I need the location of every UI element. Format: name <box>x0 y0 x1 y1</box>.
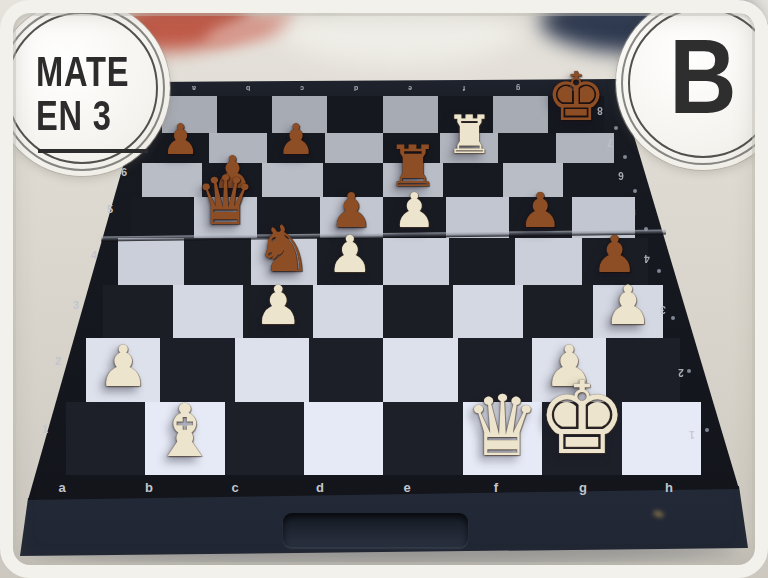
rank-label-left-6: 6 <box>121 166 127 178</box>
square-b4[interactable] <box>184 238 250 285</box>
file-label-bottom-c: c <box>231 480 238 495</box>
file-label-bottom-e: e <box>403 480 410 495</box>
square-d7[interactable] <box>325 133 383 163</box>
square-f4[interactable] <box>449 238 515 285</box>
rank-label-right-2: 2 <box>678 367 684 378</box>
side-to-move-letter: B <box>669 16 736 137</box>
piece-white-king-g1[interactable]: ♚ <box>537 368 628 469</box>
rank-label-right-4: 4 <box>644 253 650 264</box>
piece-white-pawn-e5[interactable]: ♟ <box>393 186 436 234</box>
square-c1[interactable] <box>225 402 304 475</box>
piece-black-pawn-a7[interactable]: ♟ <box>162 119 200 161</box>
square-c6[interactable] <box>262 163 322 197</box>
piece-white-rook-f7[interactable]: ♜ <box>445 108 493 161</box>
rank-label-left-3: 3 <box>73 299 79 311</box>
rank-label-right-7: 7 <box>607 137 613 148</box>
file-label-bottom-f: f <box>494 480 498 495</box>
square-g7[interactable] <box>498 133 556 163</box>
piece-white-queen-f1[interactable]: ♛ <box>465 384 540 468</box>
square-c2[interactable] <box>235 338 309 402</box>
square-h6[interactable] <box>563 163 623 197</box>
square-f3[interactable] <box>453 285 523 338</box>
piece-white-bishop-b1[interactable]: ♝ <box>152 395 217 468</box>
piece-black-queen-b5[interactable]: ♛ <box>195 168 256 236</box>
square-e4[interactable] <box>383 238 449 285</box>
square-f6[interactable] <box>443 163 503 197</box>
board-row-rank-8 <box>162 96 604 133</box>
board-row-rank-3 <box>103 285 663 338</box>
file-label-bottom-h: h <box>665 480 673 495</box>
file-label-top-d: d <box>354 85 358 92</box>
piece-black-pawn-c7[interactable]: ♟ <box>277 119 315 161</box>
photo-scene: abcdefgh1234567812345678abcdefgh ♚♛♜♞♟♟♟… <box>0 0 768 578</box>
square-a5[interactable] <box>131 197 194 238</box>
piece-black-knight-c4[interactable]: ♞ <box>255 217 312 281</box>
frame-magnet-dot <box>614 126 618 130</box>
square-g4[interactable] <box>515 238 581 285</box>
frame-magnet-dot <box>623 155 627 159</box>
board-row-rank-4 <box>118 238 648 285</box>
square-b8[interactable] <box>217 96 272 133</box>
rank-label-right-5: 5 <box>630 207 636 218</box>
file-label-bottom-d: d <box>316 480 324 495</box>
square-g3[interactable] <box>523 285 593 338</box>
square-e8[interactable] <box>383 96 438 133</box>
square-a3[interactable] <box>103 285 173 338</box>
square-h7[interactable] <box>556 133 614 163</box>
square-b3[interactable] <box>173 285 243 338</box>
file-label-top-f: f <box>463 85 465 92</box>
piece-black-king-h8[interactable]: ♚ <box>546 64 606 131</box>
piece-white-pawn-a2[interactable]: ♟ <box>98 338 149 395</box>
file-label-top-e: e <box>408 85 412 92</box>
piece-white-pawn-d4[interactable]: ♟ <box>327 230 373 281</box>
mate-badge-text: MATE EN 3 <box>36 50 129 138</box>
frame-magnet-dot <box>633 189 637 193</box>
rank-label-left-4: 4 <box>91 249 97 261</box>
piece-white-pawn-h3[interactable]: ♟ <box>604 279 652 333</box>
rank-label-left-1: 1 <box>42 423 48 435</box>
rank-label-left-2: 2 <box>55 355 61 367</box>
frame-magnet-dot <box>657 269 661 273</box>
desk-pink-object <box>203 5 301 53</box>
rank-label-right-1: 1 <box>689 429 695 440</box>
file-label-top-a: a <box>192 85 196 92</box>
square-a6[interactable] <box>142 163 202 197</box>
square-e1[interactable] <box>383 402 462 475</box>
side-to-move-badge: B <box>616 0 768 170</box>
desk-bright-spot <box>280 0 520 64</box>
file-label-bottom-g: g <box>579 480 587 495</box>
square-e2[interactable] <box>383 338 457 402</box>
rank-label-right-3: 3 <box>660 304 666 315</box>
file-label-top-b: b <box>246 85 250 92</box>
piece-black-pawn-g5[interactable]: ♟ <box>519 186 562 234</box>
desk-green-object <box>312 0 348 14</box>
frame-magnet-dot <box>705 428 709 432</box>
square-a1[interactable] <box>66 402 145 475</box>
square-g8[interactable] <box>493 96 548 133</box>
file-label-top-c: c <box>300 85 304 92</box>
file-label-top-g: g <box>516 85 520 92</box>
piece-white-pawn-c3[interactable]: ♟ <box>254 279 302 333</box>
mate-badge-underline <box>38 149 148 153</box>
square-e3[interactable] <box>383 285 453 338</box>
square-a4[interactable] <box>118 238 184 285</box>
mate-badge-line1: MATE <box>36 50 129 94</box>
square-d3[interactable] <box>313 285 383 338</box>
square-d2[interactable] <box>309 338 383 402</box>
rank-label-right-6: 6 <box>618 170 624 181</box>
file-label-bottom-b: b <box>145 480 153 495</box>
square-d8[interactable] <box>327 96 382 133</box>
mate-badge-line2: EN 3 <box>36 94 129 138</box>
rank-label-left-5: 5 <box>107 203 113 215</box>
file-label-bottom-a: a <box>58 480 65 495</box>
board-carry-handle <box>283 513 468 547</box>
mate-in-3-badge: MATE EN 3 <box>0 0 170 176</box>
square-d1[interactable] <box>304 402 383 475</box>
